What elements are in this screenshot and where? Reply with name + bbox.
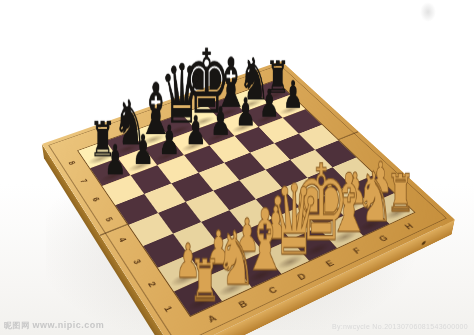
- rank-label-8: 8: [55, 153, 90, 173]
- chess-board: 87654321 ABCDEFGH ♜♞♝♛♚♝♞♜♟♟♟♟♟♟♟♟♟♟♟♟♟♟…: [42, 61, 455, 335]
- scene: 87654321 ABCDEFGH ♜♞♝♛♚♝♞♜♟♟♟♟♟♟♟♟♟♟♟♟♟♟…: [0, 0, 474, 335]
- piece-black-pawn: ♟: [104, 141, 126, 179]
- watermark-nipic-url: www.nipic.com: [33, 320, 105, 330]
- piece-black-pawn: ♟: [259, 86, 280, 121]
- watermark-nipic-cn: 昵图网: [4, 321, 30, 330]
- piece-black-pawn: ♟: [235, 95, 256, 131]
- piece-black-pawn: ♟: [132, 131, 154, 169]
- watermark-nipic: 昵图网 www.nipic.com: [4, 320, 104, 331]
- piece-white-knight: ♞: [216, 225, 256, 293]
- chess-set-photo: 87654321 ABCDEFGH ♜♞♝♛♚♝♞♜♟♟♟♟♟♟♟♟♟♟♟♟♟♟…: [0, 0, 474, 335]
- piece-white-rook: ♜: [189, 253, 220, 307]
- piece-black-pawn: ♟: [210, 103, 231, 139]
- piece-black-pawn: ♟: [185, 113, 206, 150]
- watermark-author: By:nwcycle No.20130706081543600000: [332, 323, 468, 330]
- rank-label-7: 7: [66, 170, 101, 191]
- piece-black-pawn: ♟: [283, 78, 303, 113]
- piece-black-pawn: ♟: [159, 122, 181, 159]
- square-a5: [115, 194, 157, 225]
